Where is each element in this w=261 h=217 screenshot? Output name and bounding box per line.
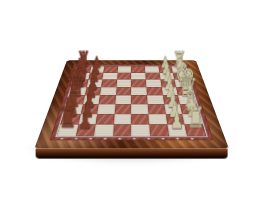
square-c3[interactable]	[147, 104, 165, 114]
square-a4[interactable]	[131, 124, 150, 136]
square-h5[interactable]	[117, 66, 131, 72]
square-g4[interactable]	[131, 72, 145, 79]
chess-set-photo: ♜♟♟♜♞♟♟♞♝♟♟♝♚♟♟♚♛♟♟♛♝♟♟♝♞♟♟♞♜♟♟♜	[0, 0, 261, 217]
square-d5[interactable]	[115, 95, 131, 104]
square-g5[interactable]	[116, 72, 130, 79]
board-front-edge	[35, 148, 227, 157]
square-e3[interactable]	[146, 87, 162, 95]
piece-white-pawn-a2[interactable]: ♟	[170, 110, 184, 131]
square-b4[interactable]	[131, 113, 149, 124]
square-a6[interactable]	[94, 124, 114, 136]
square-e6[interactable]	[100, 87, 116, 95]
square-b6[interactable]	[95, 113, 114, 124]
square-g3[interactable]	[145, 72, 160, 79]
chess-board: ♜♟♟♜♞♟♟♞♝♟♟♝♚♟♟♚♛♟♟♛♝♟♟♝♞♟♟♞♜♟♟♜	[34, 60, 229, 148]
square-a7[interactable]: ♟	[75, 124, 95, 136]
square-f5[interactable]	[116, 79, 131, 87]
square-c5[interactable]	[114, 104, 131, 114]
square-d3[interactable]	[146, 95, 163, 104]
square-f3[interactable]	[145, 79, 161, 87]
square-e5[interactable]	[115, 87, 131, 95]
square-b3[interactable]	[148, 113, 167, 124]
square-d4[interactable]	[131, 95, 147, 104]
square-a5[interactable]	[112, 124, 131, 136]
square-a8[interactable]: ♜	[56, 124, 77, 136]
square-c4[interactable]	[131, 104, 148, 114]
square-b5[interactable]	[113, 113, 131, 124]
board-frame: ♜♟♟♜♞♟♟♞♝♟♟♝♚♟♟♚♛♟♟♛♝♟♟♝♞♟♟♞♜♟♟♜	[49, 64, 213, 140]
square-a3[interactable]	[149, 124, 168, 136]
square-a2[interactable]: ♟	[166, 124, 186, 136]
piece-red-pawn-a7[interactable]: ♟	[78, 110, 92, 131]
square-c6[interactable]	[97, 104, 115, 114]
square-g6[interactable]	[102, 72, 117, 79]
square-h3[interactable]	[144, 66, 158, 72]
piece-red-rook-a8[interactable]: ♜	[58, 103, 76, 131]
square-f6[interactable]	[101, 79, 117, 87]
square-e4[interactable]	[131, 87, 147, 95]
board-grid: ♜♟♟♜♞♟♟♞♝♟♟♝♚♟♟♚♛♟♟♛♝♟♟♝♞♟♟♞♜♟♟♜	[56, 66, 205, 136]
square-f4[interactable]	[131, 79, 146, 87]
square-a1[interactable]: ♜	[184, 124, 205, 136]
piece-white-rook-a1[interactable]: ♜	[186, 103, 204, 131]
square-h6[interactable]	[103, 66, 117, 72]
square-d6[interactable]	[98, 95, 115, 104]
square-h4[interactable]	[131, 66, 145, 72]
